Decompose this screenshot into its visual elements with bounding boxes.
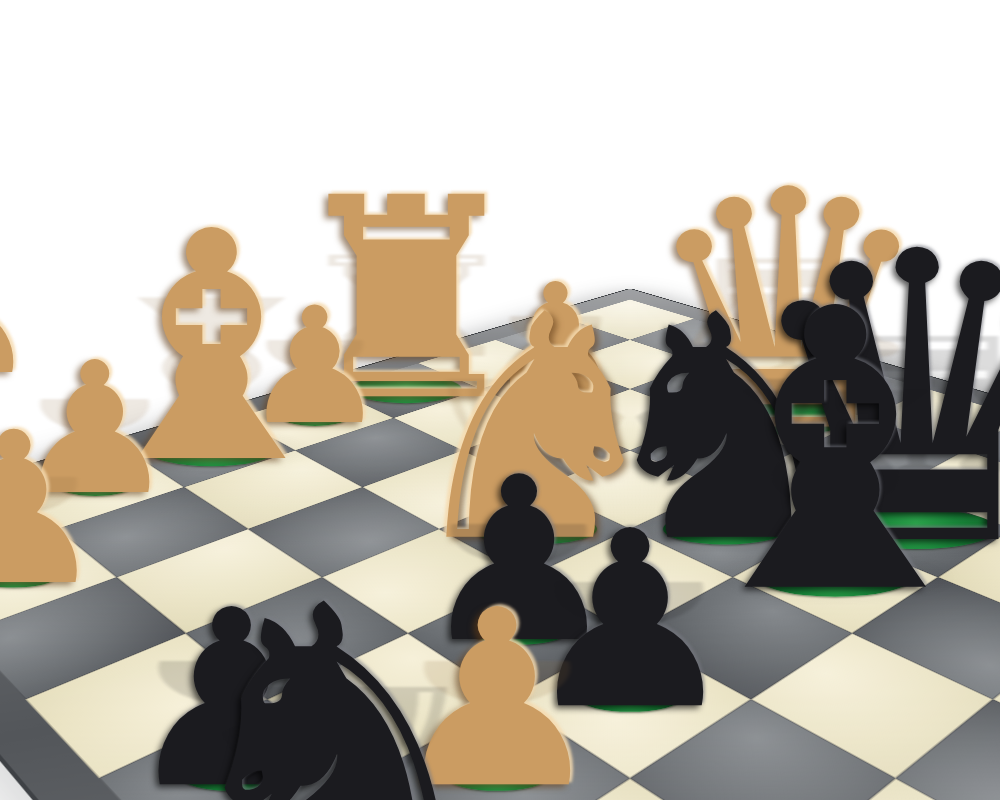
white-pawn-offboard-partial: ♟ — [0, 216, 41, 401]
chess-product-photo-scene: ♜♜♟♟♝♝♟♟♟♟♟♟♛♛♞♞♟♟♞♞♝♝♛♛♟♟♟♟♟♟♞♞♟ — [0, 0, 1000, 800]
chess-board — [0, 289, 1000, 800]
